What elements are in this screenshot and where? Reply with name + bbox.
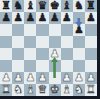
square-d5[interactable] (36, 36, 48, 48)
square-g8[interactable]: ♞ (73, 0, 85, 12)
square-f1[interactable]: ♝ (61, 84, 73, 96)
white-pawn[interactable]: ♟ (49, 48, 61, 60)
square-c7[interactable]: ♟ (24, 12, 36, 24)
square-b4[interactable] (12, 48, 24, 60)
black-pawn[interactable]: ♟ (36, 12, 48, 24)
chess-board[interactable]: ♜♞♝♛♚♝♞♜♟♟♟♟♟♟♟♟♟♟♟♟♟♟♟♟♜♞♝♛♚♝♞♜ (0, 0, 97, 96)
square-f7[interactable]: ♟ (61, 12, 73, 24)
square-e7[interactable]: ♟ (49, 12, 61, 24)
white-knight[interactable]: ♞ (12, 84, 24, 96)
black-pawn[interactable]: ♟ (12, 12, 24, 24)
white-queen[interactable]: ♛ (36, 84, 48, 96)
black-pawn[interactable]: ♟ (24, 12, 36, 24)
square-h6[interactable] (85, 24, 97, 36)
black-knight[interactable]: ♞ (73, 0, 85, 12)
black-pawn[interactable]: ♟ (61, 12, 73, 24)
square-b6[interactable] (12, 24, 24, 36)
square-f5[interactable] (61, 36, 73, 48)
square-a7[interactable]: ♟ (0, 12, 12, 24)
square-h1[interactable]: ♜ (85, 84, 97, 96)
white-bishop[interactable]: ♝ (61, 84, 73, 96)
square-g6[interactable]: ♟ (73, 24, 85, 36)
square-d4[interactable] (36, 48, 48, 60)
square-c6[interactable] (24, 24, 36, 36)
square-a6[interactable] (0, 24, 12, 36)
square-b7[interactable]: ♟ (12, 12, 24, 24)
square-g5[interactable] (73, 36, 85, 48)
white-king[interactable]: ♚ (49, 84, 61, 96)
square-c5[interactable] (24, 36, 36, 48)
square-b5[interactable] (12, 36, 24, 48)
square-f6[interactable] (61, 24, 73, 36)
square-e6[interactable] (49, 24, 61, 36)
square-f4[interactable] (61, 48, 73, 60)
square-g1[interactable]: ♞ (73, 84, 85, 96)
square-h4[interactable] (85, 48, 97, 60)
white-rook[interactable]: ♜ (85, 84, 97, 96)
square-c1[interactable]: ♝ (24, 84, 36, 96)
black-pawn[interactable]: ♟ (0, 12, 12, 24)
square-d1[interactable]: ♛ (36, 84, 48, 96)
black-pawn[interactable]: ♟ (85, 12, 97, 24)
white-bishop[interactable]: ♝ (24, 84, 36, 96)
square-h7[interactable]: ♟ (85, 12, 97, 24)
square-a5[interactable] (0, 36, 12, 48)
square-c4[interactable] (24, 48, 36, 60)
square-e1[interactable]: ♚ (49, 84, 61, 96)
square-d7[interactable]: ♟ (36, 12, 48, 24)
page-background: { "game": "chess", "position": { "fen": … (0, 0, 100, 99)
square-a4[interactable] (0, 48, 12, 60)
square-b1[interactable]: ♞ (12, 84, 24, 96)
square-e3[interactable] (49, 60, 61, 72)
black-pawn[interactable]: ♟ (49, 12, 61, 24)
square-e4[interactable]: ♟ (49, 48, 61, 60)
white-knight[interactable]: ♞ (73, 84, 85, 96)
square-d6[interactable] (36, 24, 48, 36)
square-g4[interactable] (73, 48, 85, 60)
square-a1[interactable]: ♜ (0, 84, 12, 96)
white-rook[interactable]: ♜ (0, 84, 12, 96)
black-pawn[interactable]: ♟ (73, 24, 85, 36)
square-h5[interactable] (85, 36, 97, 48)
